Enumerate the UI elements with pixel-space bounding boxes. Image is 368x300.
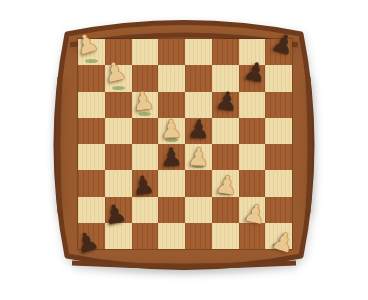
square-d5: ♟ <box>158 118 185 144</box>
square-d4: ♟ <box>158 144 185 170</box>
felt-pad <box>85 59 98 63</box>
square-c5 <box>132 118 159 144</box>
square-h8: ♟ <box>265 39 292 65</box>
square-e8 <box>185 39 212 65</box>
square-f1 <box>212 223 239 249</box>
square-a1: ♟ <box>78 223 105 249</box>
square-h6 <box>265 92 292 118</box>
white-pawn-c6: ♟ <box>130 87 155 115</box>
square-c6: ♟ <box>132 92 159 118</box>
square-e1 <box>185 223 212 249</box>
square-d7 <box>158 65 185 91</box>
white-pawn-d5: ♟ <box>159 116 182 142</box>
square-d2 <box>158 197 185 223</box>
square-f3: ♟ <box>212 170 239 196</box>
square-a5 <box>78 118 105 144</box>
square-b4 <box>105 144 132 170</box>
square-f5 <box>212 118 239 144</box>
square-e3 <box>185 170 212 196</box>
square-e4: ♟ <box>185 144 212 170</box>
square-g6 <box>239 92 266 118</box>
square-d8 <box>158 39 185 65</box>
square-h4 <box>265 144 292 170</box>
white-pawn-e4: ♟ <box>187 144 210 170</box>
black-pawn-e5: ♟ <box>187 116 210 142</box>
black-pawn-d4: ♟ <box>159 144 182 170</box>
black-pawn-c3: ♟ <box>130 172 155 200</box>
square-a3 <box>78 170 105 196</box>
square-h7 <box>265 65 292 91</box>
square-f6: ♟ <box>212 92 239 118</box>
white-pawn-f3: ♟ <box>214 172 239 200</box>
square-g4 <box>239 144 266 170</box>
square-a7 <box>78 65 105 91</box>
square-b7: ♟ <box>105 65 132 91</box>
square-f4 <box>212 144 239 170</box>
square-h3 <box>265 170 292 196</box>
square-a2 <box>78 197 105 223</box>
square-h1: ♟ <box>265 223 292 249</box>
square-b5 <box>105 118 132 144</box>
square-g7: ♟ <box>239 65 266 91</box>
square-d1 <box>158 223 185 249</box>
square-c1 <box>132 223 159 249</box>
square-c8 <box>132 39 159 65</box>
black-pawn-f6: ♟ <box>214 87 239 115</box>
square-b2: ♟ <box>105 197 132 223</box>
square-b6 <box>105 92 132 118</box>
square-g5 <box>239 118 266 144</box>
square-g3 <box>239 170 266 196</box>
square-a6 <box>78 92 105 118</box>
square-a4 <box>78 144 105 170</box>
square-e7 <box>185 65 212 91</box>
chess-board-grid: ♟♟♟♟♟♟♟♟♟♟♟♟♟♟♟♟ <box>78 39 292 249</box>
square-c3: ♟ <box>132 170 159 196</box>
square-e2 <box>185 197 212 223</box>
square-e5: ♟ <box>185 118 212 144</box>
square-g2: ♟ <box>239 197 266 223</box>
square-h5 <box>265 118 292 144</box>
square-b3 <box>105 170 132 196</box>
black-pawn-b2: ♟ <box>101 199 128 228</box>
square-c4 <box>132 144 159 170</box>
square-d3 <box>158 170 185 196</box>
square-f8 <box>212 39 239 65</box>
board-photo: ♟♟♟♟♟♟♟♟♟♟♟♟♟♟♟♟ <box>0 0 368 300</box>
square-h2 <box>265 197 292 223</box>
